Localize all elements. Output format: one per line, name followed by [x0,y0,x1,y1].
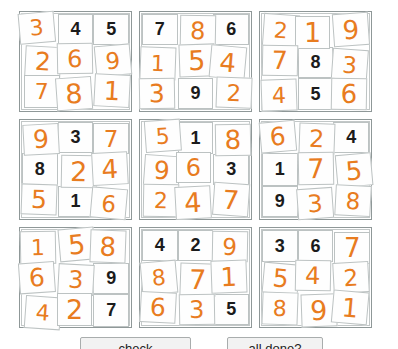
cell-r2c1[interactable]: 2 [24,45,61,78]
cell-r4c1[interactable]: 9 [22,123,59,156]
box-cells: 518963247 [141,121,250,218]
cell-r2c8: 8 [298,47,334,78]
cell-r6c1[interactable]: 5 [21,183,58,215]
cell-r8c6[interactable]: 1 [211,259,248,293]
cell-r6c7: 9 [262,186,298,217]
cell-r5c5[interactable]: 6 [176,152,212,183]
cell-r3c4[interactable]: 3 [139,78,175,110]
cell-r4c4[interactable]: 5 [144,119,182,153]
cell-r1c9[interactable]: 9 [332,12,370,47]
cell-r9c3: 7 [93,294,129,327]
box-r1c1: 518963247 [139,119,252,220]
cell-r2c4[interactable]: 1 [139,46,176,80]
cell-r8c3: 9 [93,263,129,294]
box-r1c2: 624175938 [259,119,372,220]
cell-r3c3[interactable]: 1 [94,73,131,108]
cell-r5c1: 8 [22,153,58,186]
cell-r8c8[interactable]: 4 [294,260,330,292]
cell-r7c3[interactable]: 8 [90,229,127,263]
box-cells: 937824516 [21,121,130,218]
cell-r6c2: 1 [58,186,94,217]
cell-r4c7[interactable]: 6 [259,120,297,154]
box-r2c2: 367542891 [259,227,372,328]
cell-r2c3[interactable]: 9 [94,43,132,77]
cell-r9c6: 5 [213,294,249,325]
cell-r3c7[interactable]: 4 [260,78,297,111]
cell-r9c2[interactable]: 2 [57,293,93,326]
box-r2c1: 429871635 [139,227,252,328]
cell-r7c5: 2 [178,230,214,261]
cell-r5c3[interactable]: 4 [91,151,128,186]
box-cells: 367542891 [261,229,370,326]
cell-r3c2[interactable]: 8 [55,76,93,111]
cell-r1c6: 6 [213,14,249,45]
cell-r1c1[interactable]: 3 [18,11,56,45]
box-cells: 624175938 [261,121,370,218]
cell-r7c6[interactable]: 9 [212,231,248,263]
cell-r5c8[interactable]: 7 [297,152,333,186]
cell-r4c6[interactable]: 8 [215,124,251,157]
cell-r6c8[interactable]: 3 [296,187,334,220]
cell-r4c9: 4 [333,122,369,153]
cell-r2c6[interactable]: 4 [209,44,247,80]
all-done-button[interactable]: all done? [227,337,323,349]
cell-r5c9[interactable]: 5 [335,152,373,188]
box-r1c0: 937824516 [19,119,132,220]
cell-r6c3[interactable]: 6 [90,186,128,220]
cell-r9c5[interactable]: 3 [178,294,214,326]
cell-r8c1[interactable]: 6 [18,261,56,294]
cell-r7c7: 3 [262,230,298,262]
box-r0c1: 786154392 [139,11,252,112]
cell-r5c7: 1 [262,153,298,186]
cell-r9c4[interactable]: 6 [139,291,176,324]
cell-r2c7[interactable]: 7 [262,45,298,77]
cell-r4c8[interactable]: 2 [298,122,335,154]
box-cells: 219783456 [261,13,370,110]
cell-r7c9[interactable]: 7 [334,232,370,264]
cell-r8c4[interactable]: 8 [140,260,178,296]
cell-r4c3[interactable]: 7 [93,123,129,154]
box-r2c0: 158639427 [19,227,132,328]
cell-r7c1[interactable]: 1 [20,231,56,265]
cell-r2c2[interactable]: 6 [56,43,92,75]
box-cells: 429871635 [141,229,250,326]
cell-r8c2[interactable]: 3 [57,263,94,296]
cell-r1c4: 7 [142,14,178,45]
cell-r1c2: 4 [58,14,94,45]
cell-r1c8[interactable]: 1 [295,16,331,49]
cell-r3c8: 5 [298,78,334,110]
box-r0c2: 219783456 [259,11,372,112]
cell-r2c9[interactable]: 3 [331,48,369,81]
button-bar: check all done? [0,337,398,349]
cell-r4c5: 1 [178,122,214,154]
box-cells: 345269781 [21,13,130,110]
cell-r1c3: 5 [93,14,129,45]
cell-r3c9[interactable]: 6 [331,78,367,111]
cell-r6c6[interactable]: 7 [212,182,250,217]
check-button[interactable]: check [80,337,191,349]
box-cells: 786154392 [141,13,250,110]
box-r0c0: 345269781 [19,11,132,112]
box-cells: 158639427 [21,229,130,326]
cell-r9c7[interactable]: 8 [261,291,298,325]
cell-r7c8: 6 [298,230,334,262]
cell-r5c6: 3 [213,154,249,185]
cell-r6c9[interactable]: 8 [335,184,372,217]
cell-r7c4: 4 [142,230,178,261]
cell-r4c2: 3 [58,122,94,153]
cell-r9c9[interactable]: 1 [331,289,369,325]
cell-r6c5[interactable]: 4 [174,185,211,220]
sudoku-board: 3452697817861543922197834569378245165189… [19,11,372,328]
cell-r3c6[interactable]: 2 [216,76,253,108]
cell-r3c5: 9 [178,78,214,109]
cell-r1c5[interactable]: 8 [179,15,215,47]
